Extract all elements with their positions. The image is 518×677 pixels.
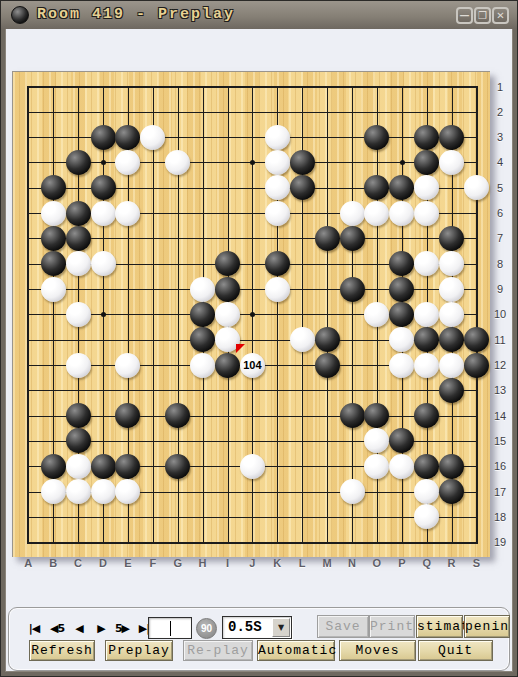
preplay-button[interactable]: Preplay <box>105 640 173 661</box>
save-button: Save <box>317 615 369 638</box>
print-button: Print <box>369 615 415 638</box>
app-window: Room 419 - Preplay — ❐ ✕ 104 ABCDEFGHIJK… <box>0 0 518 677</box>
refresh-button[interactable]: Refresh <box>29 640 95 661</box>
quit-button[interactable]: Quit <box>418 640 493 661</box>
penin-button[interactable]: penin <box>464 615 510 638</box>
stimat-button[interactable]: stimat <box>416 615 463 638</box>
moves-button[interactable]: Moves <box>339 640 416 661</box>
automatic-button[interactable]: Automatic <box>257 640 335 661</box>
re-play-button: Re-play <box>183 640 253 661</box>
button-rows: SavePrintstimatpeninRefreshPreplayRe-pla… <box>0 0 518 677</box>
